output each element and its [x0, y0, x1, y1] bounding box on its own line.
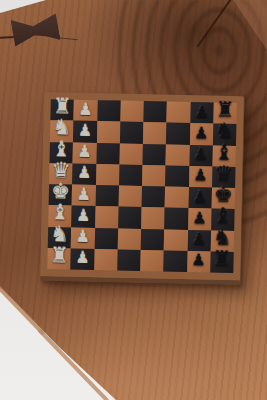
square-h2[interactable]: ♟ [71, 248, 95, 270]
square-e6[interactable] [165, 187, 189, 209]
piece-black-pawn[interactable]: ♟ [194, 125, 209, 141]
piece-black-king[interactable]: ♚ [214, 185, 233, 206]
square-e7[interactable]: ♟ [188, 187, 212, 209]
square-a4[interactable] [120, 101, 144, 123]
square-a3[interactable] [97, 100, 121, 122]
square-b3[interactable] [96, 121, 120, 143]
square-c2[interactable]: ♟ [73, 142, 97, 164]
piece-white-knight[interactable]: ♞ [52, 118, 71, 139]
square-a6[interactable] [167, 102, 191, 124]
square-e4[interactable] [118, 186, 142, 208]
square-h3[interactable] [94, 249, 118, 271]
square-b4[interactable] [120, 122, 144, 144]
square-f3[interactable] [95, 206, 119, 228]
piece-white-pawn[interactable]: ♟ [76, 229, 91, 245]
square-c7[interactable]: ♟ [189, 145, 213, 167]
chess-board: ♜♟♟♜♞♟♟♞♝♟♟♝♛♟♟♛♚♟♟♚♝♟♟♝♞♟♟♞♜♟♟♜ [40, 92, 245, 285]
square-d7[interactable]: ♟ [189, 166, 213, 188]
piece-black-pawn[interactable]: ♟ [192, 210, 207, 226]
square-b6[interactable] [166, 123, 190, 145]
square-c3[interactable] [96, 143, 120, 165]
piece-black-pawn[interactable]: ♟ [191, 253, 206, 269]
piece-white-king[interactable]: ♚ [51, 181, 70, 202]
square-e3[interactable] [95, 185, 119, 207]
piece-black-rook[interactable]: ♜ [215, 100, 234, 121]
square-c6[interactable] [166, 144, 190, 166]
piece-white-pawn[interactable]: ♟ [78, 101, 93, 117]
square-f7[interactable]: ♟ [188, 208, 212, 230]
square-f6[interactable] [164, 208, 188, 230]
piece-white-queen[interactable]: ♛ [51, 160, 70, 181]
piece-black-pawn[interactable]: ♟ [192, 231, 207, 247]
piece-black-pawn[interactable]: ♟ [194, 104, 209, 120]
square-b2[interactable]: ♟ [73, 121, 97, 143]
square-h8[interactable]: ♜ [210, 251, 234, 273]
square-c4[interactable] [119, 143, 143, 165]
piece-white-bishop[interactable]: ♝ [52, 139, 71, 160]
square-g5[interactable] [141, 229, 165, 251]
piece-white-pawn[interactable]: ♟ [77, 144, 92, 160]
square-c5[interactable] [142, 144, 166, 166]
piece-black-rook[interactable]: ♜ [212, 248, 231, 269]
square-f4[interactable] [118, 207, 142, 229]
square-a2[interactable]: ♟ [74, 100, 98, 122]
piece-white-bishop[interactable]: ♝ [50, 203, 69, 224]
piece-black-bishop[interactable]: ♝ [214, 142, 233, 163]
piece-black-bishop[interactable]: ♝ [213, 206, 232, 227]
photo-scene: ♜♟♟♜♞♟♟♞♝♟♟♝♛♟♟♛♚♟♟♚♝♟♟♝♞♟♟♞♜♟♟♜ [0, 0, 267, 400]
square-d5[interactable] [142, 165, 166, 187]
square-a7[interactable]: ♟ [190, 102, 214, 124]
square-f5[interactable] [141, 207, 165, 229]
piece-white-pawn[interactable]: ♟ [75, 250, 90, 266]
piece-white-knight[interactable]: ♞ [50, 224, 69, 245]
board-grid: ♜♟♟♜♞♟♟♞♝♟♟♝♛♟♟♛♚♟♟♚♝♟♟♝♞♟♟♞♜♟♟♜ [47, 99, 237, 273]
piece-black-pawn[interactable]: ♟ [193, 168, 208, 184]
piece-white-rook[interactable]: ♜ [50, 245, 69, 266]
piece-white-pawn[interactable]: ♟ [77, 165, 92, 181]
square-g4[interactable] [117, 228, 141, 250]
piece-black-pawn[interactable]: ♟ [193, 189, 208, 205]
piece-black-pawn[interactable]: ♟ [194, 146, 209, 162]
piece-black-queen[interactable]: ♛ [214, 163, 233, 184]
piece-white-rook[interactable]: ♜ [53, 96, 72, 117]
square-g2[interactable]: ♟ [71, 227, 95, 249]
piece-black-knight[interactable]: ♞ [215, 121, 234, 142]
square-d6[interactable] [165, 165, 189, 187]
square-d2[interactable]: ♟ [72, 163, 96, 185]
square-e2[interactable]: ♟ [72, 185, 96, 207]
square-h7[interactable]: ♟ [187, 251, 211, 273]
square-f2[interactable]: ♟ [71, 206, 95, 228]
square-a5[interactable] [143, 101, 167, 123]
piece-white-pawn[interactable]: ♟ [76, 208, 91, 224]
square-h4[interactable] [117, 249, 141, 271]
square-h6[interactable] [164, 250, 188, 272]
square-b7[interactable]: ♟ [189, 123, 213, 145]
square-h1[interactable]: ♜ [47, 248, 71, 270]
square-b5[interactable] [143, 122, 167, 144]
square-d4[interactable] [119, 164, 143, 186]
piece-white-pawn[interactable]: ♟ [76, 186, 91, 202]
piece-white-pawn[interactable]: ♟ [78, 123, 93, 139]
square-g7[interactable]: ♟ [187, 230, 211, 252]
square-h5[interactable] [140, 250, 164, 272]
square-e5[interactable] [142, 186, 166, 208]
square-g3[interactable] [94, 228, 118, 250]
square-d3[interactable] [96, 164, 120, 186]
square-g6[interactable] [164, 229, 188, 251]
piece-black-knight[interactable]: ♞ [213, 227, 232, 248]
